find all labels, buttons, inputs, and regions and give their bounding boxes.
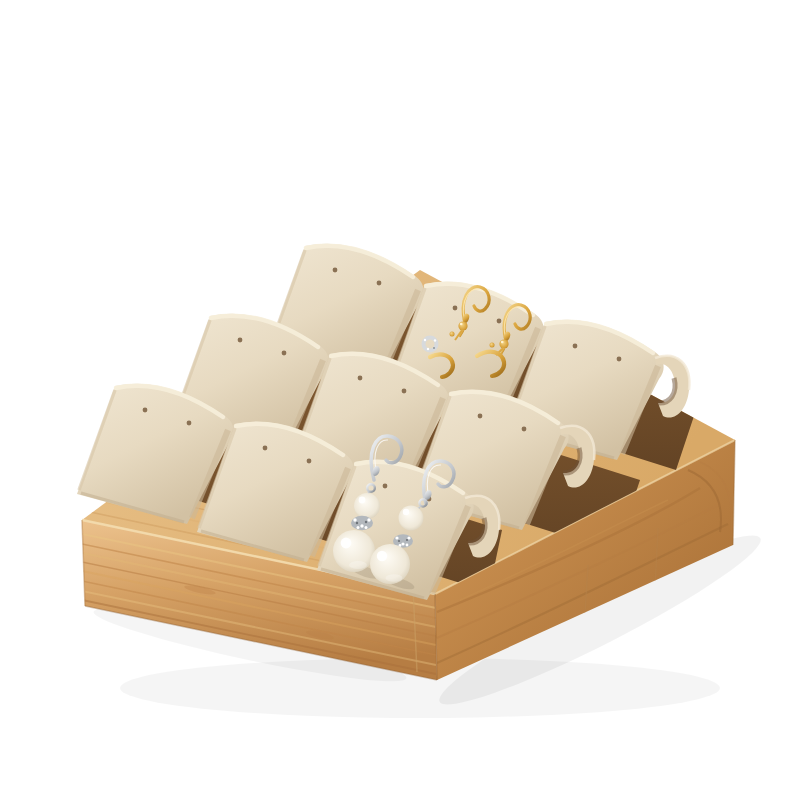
small-pearl (354, 493, 380, 519)
product-photo (0, 0, 800, 800)
earring-display-scene (0, 0, 800, 800)
rhinestone-rondelle (351, 516, 373, 530)
small-pearl (399, 506, 424, 531)
